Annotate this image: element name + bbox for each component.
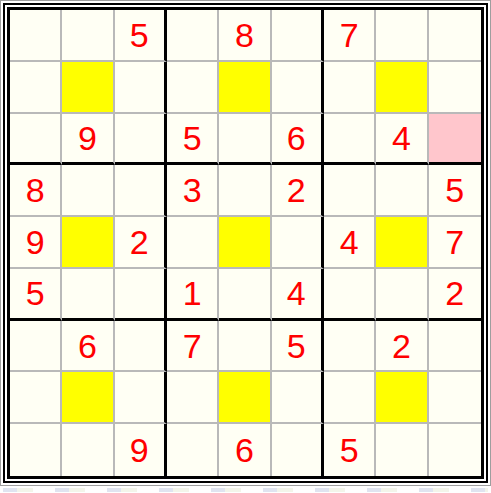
cell-r2c8[interactable] xyxy=(376,62,428,114)
cell-r3c3[interactable] xyxy=(115,114,167,166)
cell-r4c2[interactable] xyxy=(62,165,114,217)
cell-r7c7[interactable] xyxy=(324,321,376,373)
sudoku-page: 58795648325924751426752965 xyxy=(0,0,491,493)
board-outline: 58795648325924751426752965 xyxy=(0,0,491,486)
cell-r7c3[interactable] xyxy=(115,321,167,373)
cell-r2c6[interactable] xyxy=(272,62,324,114)
cell-r5c6[interactable] xyxy=(272,217,324,269)
cell-r8c5[interactable] xyxy=(219,372,271,424)
cell-r8c2[interactable] xyxy=(62,372,114,424)
cropped-toolbar-strip xyxy=(3,488,488,492)
cell-r6c2[interactable] xyxy=(62,269,114,321)
cell-r4c1[interactable]: 8 xyxy=(10,165,62,217)
cell-r2c4[interactable] xyxy=(167,62,219,114)
cell-r3c1[interactable] xyxy=(10,114,62,166)
cell-r7c4[interactable]: 7 xyxy=(167,321,219,373)
cell-r2c2[interactable] xyxy=(62,62,114,114)
cell-r8c9[interactable] xyxy=(429,372,481,424)
cell-r4c3[interactable] xyxy=(115,165,167,217)
cell-r9c6[interactable] xyxy=(272,424,324,476)
cell-r9c9[interactable] xyxy=(429,424,481,476)
cell-r9c8[interactable] xyxy=(376,424,428,476)
cell-r5c3[interactable]: 2 xyxy=(115,217,167,269)
cell-r1c9[interactable] xyxy=(429,10,481,62)
cell-r3c4[interactable]: 5 xyxy=(167,114,219,166)
cell-r4c6[interactable]: 2 xyxy=(272,165,324,217)
cell-r7c2[interactable]: 6 xyxy=(62,321,114,373)
cell-r7c5[interactable] xyxy=(219,321,271,373)
cell-r4c7[interactable] xyxy=(324,165,376,217)
cell-r8c6[interactable] xyxy=(272,372,324,424)
cell-r3c8[interactable]: 4 xyxy=(376,114,428,166)
cell-r8c4[interactable] xyxy=(167,372,219,424)
cell-r6c8[interactable] xyxy=(376,269,428,321)
board-frame: 58795648325924751426752965 xyxy=(3,3,488,483)
cell-r7c6[interactable]: 5 xyxy=(272,321,324,373)
cell-r9c5[interactable]: 6 xyxy=(219,424,271,476)
cell-r4c9[interactable]: 5 xyxy=(429,165,481,217)
cell-r3c7[interactable] xyxy=(324,114,376,166)
cell-r6c3[interactable] xyxy=(115,269,167,321)
cell-r8c7[interactable] xyxy=(324,372,376,424)
cell-r1c3[interactable]: 5 xyxy=(115,10,167,62)
cell-r1c2[interactable] xyxy=(62,10,114,62)
cell-r3c6[interactable]: 6 xyxy=(272,114,324,166)
cell-r6c6[interactable]: 4 xyxy=(272,269,324,321)
cell-r9c1[interactable] xyxy=(10,424,62,476)
cell-r6c7[interactable] xyxy=(324,269,376,321)
cell-r8c3[interactable] xyxy=(115,372,167,424)
cell-r5c7[interactable]: 4 xyxy=(324,217,376,269)
cell-r1c8[interactable] xyxy=(376,10,428,62)
cell-r1c1[interactable] xyxy=(10,10,62,62)
cell-r6c5[interactable] xyxy=(219,269,271,321)
cell-r2c1[interactable] xyxy=(10,62,62,114)
cell-r6c4[interactable]: 1 xyxy=(167,269,219,321)
cell-r9c3[interactable]: 9 xyxy=(115,424,167,476)
cell-r8c1[interactable] xyxy=(10,372,62,424)
cell-r7c8[interactable]: 2 xyxy=(376,321,428,373)
cell-r5c8[interactable] xyxy=(376,217,428,269)
cell-r6c9[interactable]: 2 xyxy=(429,269,481,321)
cell-r3c9[interactable] xyxy=(429,114,481,166)
cell-r2c5[interactable] xyxy=(219,62,271,114)
cell-r4c4[interactable]: 3 xyxy=(167,165,219,217)
cell-r6c1[interactable]: 5 xyxy=(10,269,62,321)
cell-r1c5[interactable]: 8 xyxy=(219,10,271,62)
cell-r9c2[interactable] xyxy=(62,424,114,476)
cell-r4c8[interactable] xyxy=(376,165,428,217)
cell-r5c5[interactable] xyxy=(219,217,271,269)
cell-r9c7[interactable]: 5 xyxy=(324,424,376,476)
sudoku-board: 58795648325924751426752965 xyxy=(7,7,484,479)
cell-r5c4[interactable] xyxy=(167,217,219,269)
cell-r9c4[interactable] xyxy=(167,424,219,476)
cell-r7c1[interactable] xyxy=(10,321,62,373)
cell-r1c6[interactable] xyxy=(272,10,324,62)
cell-r8c8[interactable] xyxy=(376,372,428,424)
cell-r2c7[interactable] xyxy=(324,62,376,114)
cell-r5c1[interactable]: 9 xyxy=(10,217,62,269)
cell-r2c3[interactable] xyxy=(115,62,167,114)
cell-r3c5[interactable] xyxy=(219,114,271,166)
cell-r4c5[interactable] xyxy=(219,165,271,217)
cell-r5c2[interactable] xyxy=(62,217,114,269)
cell-r2c9[interactable] xyxy=(429,62,481,114)
cell-r1c4[interactable] xyxy=(167,10,219,62)
cell-r5c9[interactable]: 7 xyxy=(429,217,481,269)
cell-r7c9[interactable] xyxy=(429,321,481,373)
cell-r1c7[interactable]: 7 xyxy=(324,10,376,62)
cell-r3c2[interactable]: 9 xyxy=(62,114,114,166)
